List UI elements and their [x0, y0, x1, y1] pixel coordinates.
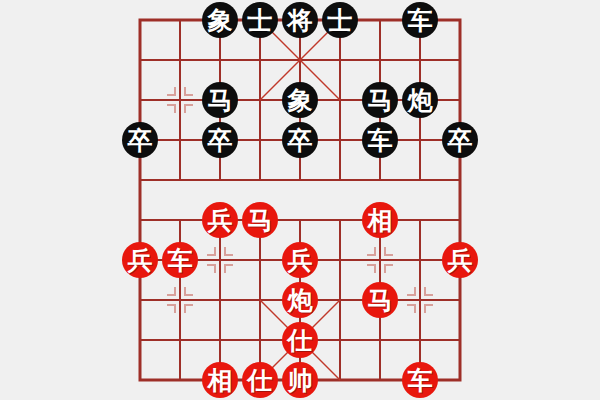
- board-point[interactable]: [240, 320, 280, 360]
- xiangqi-app: 象士将士车马象马炮卒卒卒车卒兵马相兵车兵兵炮马仕相仕帅车: [0, 0, 600, 400]
- point-marker-corner: [184, 104, 193, 113]
- board-point[interactable]: 帅: [280, 360, 320, 400]
- board-point[interactable]: [360, 320, 400, 360]
- board-point[interactable]: [440, 80, 480, 120]
- board-point[interactable]: [440, 0, 480, 40]
- piece-red-horse[interactable]: 马: [242, 202, 278, 238]
- board-point[interactable]: 兵: [200, 200, 240, 240]
- point-marker-corner: [184, 304, 193, 313]
- point-marker: [167, 287, 193, 313]
- piece-red-chariot[interactable]: 车: [162, 242, 198, 278]
- board-point[interactable]: [120, 80, 160, 120]
- board-point[interactable]: 马: [360, 280, 400, 320]
- piece-red-soldier[interactable]: 兵: [202, 202, 238, 238]
- board-point[interactable]: [120, 320, 160, 360]
- board-point[interactable]: 兵: [440, 240, 480, 280]
- board-point[interactable]: [360, 160, 400, 200]
- board-point[interactable]: 卒: [200, 120, 240, 160]
- board-point[interactable]: [320, 200, 360, 240]
- board-point[interactable]: [320, 40, 360, 80]
- board-point[interactable]: [400, 40, 440, 80]
- piece-red-general[interactable]: 帅: [282, 362, 318, 398]
- board-point[interactable]: [240, 160, 280, 200]
- board-point[interactable]: [320, 360, 360, 400]
- board-point[interactable]: 仕: [280, 320, 320, 360]
- point-marker-corner: [207, 247, 216, 256]
- board-point[interactable]: [400, 120, 440, 160]
- board-point[interactable]: [240, 80, 280, 120]
- board-point[interactable]: 象: [200, 0, 240, 40]
- board-point[interactable]: [160, 0, 200, 40]
- board-point[interactable]: 兵: [280, 240, 320, 280]
- board-point[interactable]: [200, 40, 240, 80]
- xiangqi-board: 象士将士车马象马炮卒卒卒车卒兵马相兵车兵兵炮马仕相仕帅车: [120, 0, 480, 400]
- point-marker-corner: [167, 304, 176, 313]
- board-point[interactable]: [440, 280, 480, 320]
- board-point[interactable]: [320, 120, 360, 160]
- piece-black-soldier[interactable]: 卒: [202, 122, 238, 158]
- board-point[interactable]: [200, 320, 240, 360]
- piece-black-horse[interactable]: 马: [202, 82, 238, 118]
- point-marker-corner: [384, 264, 393, 273]
- board-point[interactable]: 兵: [120, 240, 160, 280]
- board-point[interactable]: 炮: [400, 80, 440, 120]
- board-point[interactable]: [200, 160, 240, 200]
- piece-black-soldier[interactable]: 卒: [282, 122, 318, 158]
- piece-red-soldier[interactable]: 兵: [122, 242, 158, 278]
- board-point[interactable]: [240, 120, 280, 160]
- point-marker-corner: [424, 304, 433, 313]
- point-marker-corner: [224, 247, 233, 256]
- board-point[interactable]: 马: [200, 80, 240, 120]
- piece-red-soldier[interactable]: 兵: [282, 242, 318, 278]
- piece-red-chariot[interactable]: 车: [402, 362, 438, 398]
- board-point[interactable]: [400, 280, 440, 320]
- board-point[interactable]: 车: [400, 360, 440, 400]
- board-point[interactable]: [440, 160, 480, 200]
- point-marker-corner: [184, 87, 193, 96]
- piece-black-cannon[interactable]: 炮: [402, 82, 438, 118]
- piece-black-chariot[interactable]: 车: [362, 122, 398, 158]
- board-point[interactable]: [240, 280, 280, 320]
- board-point[interactable]: [440, 360, 480, 400]
- board-point[interactable]: [160, 40, 200, 80]
- point-marker-corner: [424, 287, 433, 296]
- board-point[interactable]: 卒: [120, 120, 160, 160]
- board-point[interactable]: [320, 80, 360, 120]
- board-point[interactable]: [320, 320, 360, 360]
- board-point[interactable]: 卒: [280, 120, 320, 160]
- board-point[interactable]: 车: [160, 240, 200, 280]
- board-point[interactable]: [200, 240, 240, 280]
- piece-red-elephant[interactable]: 相: [362, 202, 398, 238]
- board-point[interactable]: [280, 40, 320, 80]
- board-point[interactable]: [400, 160, 440, 200]
- board-point[interactable]: 车: [400, 0, 440, 40]
- board-point[interactable]: [400, 240, 440, 280]
- point-marker-corner: [207, 264, 216, 273]
- board-point[interactable]: [360, 0, 400, 40]
- board-point[interactable]: 马: [240, 200, 280, 240]
- board-point[interactable]: [360, 40, 400, 80]
- board-point[interactable]: [440, 320, 480, 360]
- board-point[interactable]: 车: [360, 120, 400, 160]
- piece-red-horse[interactable]: 马: [362, 282, 398, 318]
- board-point[interactable]: [120, 0, 160, 40]
- board-point[interactable]: [320, 160, 360, 200]
- board-point[interactable]: [160, 80, 200, 120]
- board-point[interactable]: [440, 200, 480, 240]
- board-point[interactable]: [320, 280, 360, 320]
- board-point[interactable]: [360, 360, 400, 400]
- board-point[interactable]: 炮: [280, 280, 320, 320]
- board-point[interactable]: [120, 280, 160, 320]
- point-marker: [167, 87, 193, 113]
- piece-black-advisor[interactable]: 士: [242, 2, 278, 38]
- board-point[interactable]: [120, 160, 160, 200]
- board-point[interactable]: 士: [240, 0, 280, 40]
- point-marker-corner: [167, 87, 176, 96]
- board-point[interactable]: [120, 40, 160, 80]
- piece-black-elephant[interactable]: 象: [202, 2, 238, 38]
- board-point[interactable]: [160, 160, 200, 200]
- board-point[interactable]: [400, 320, 440, 360]
- board-point[interactable]: [320, 240, 360, 280]
- board-point[interactable]: 士: [320, 0, 360, 40]
- board-point[interactable]: [400, 200, 440, 240]
- board-point[interactable]: 相: [360, 200, 400, 240]
- board-point[interactable]: [240, 240, 280, 280]
- board-point[interactable]: 象: [280, 80, 320, 120]
- board-point[interactable]: [280, 200, 320, 240]
- board-point[interactable]: [120, 360, 160, 400]
- point-marker-corner: [407, 304, 416, 313]
- piece-red-advisor[interactable]: 仕: [282, 322, 318, 358]
- piece-red-advisor[interactable]: 仕: [242, 362, 278, 398]
- board-point[interactable]: 将: [280, 0, 320, 40]
- point-marker-corner: [184, 287, 193, 296]
- piece-red-elephant[interactable]: 相: [202, 362, 238, 398]
- board-point[interactable]: [160, 280, 200, 320]
- board-point[interactable]: 马: [360, 80, 400, 120]
- board-point[interactable]: [280, 160, 320, 200]
- point-marker: [407, 287, 433, 313]
- piece-black-soldier[interactable]: 卒: [442, 122, 478, 158]
- point-marker-corner: [407, 287, 416, 296]
- board-point[interactable]: 仕: [240, 360, 280, 400]
- board-point[interactable]: [200, 280, 240, 320]
- piece-black-chariot[interactable]: 车: [402, 2, 438, 38]
- board-point[interactable]: 卒: [440, 120, 480, 160]
- piece-black-elephant[interactable]: 象: [282, 82, 318, 118]
- point-marker-corner: [367, 247, 376, 256]
- board-point[interactable]: [160, 120, 200, 160]
- piece-black-horse[interactable]: 马: [362, 82, 398, 118]
- piece-black-soldier[interactable]: 卒: [122, 122, 158, 158]
- point-marker-corner: [367, 264, 376, 273]
- piece-red-soldier[interactable]: 兵: [442, 242, 478, 278]
- board-point[interactable]: [160, 320, 200, 360]
- board-point[interactable]: [240, 40, 280, 80]
- board-point[interactable]: [120, 200, 160, 240]
- point-marker-corner: [384, 247, 393, 256]
- point-marker: [207, 247, 233, 273]
- board-point[interactable]: [160, 360, 200, 400]
- point-marker-corner: [167, 104, 176, 113]
- board-point[interactable]: [160, 200, 200, 240]
- point-marker-corner: [167, 287, 176, 296]
- board-point[interactable]: 相: [200, 360, 240, 400]
- piece-black-general[interactable]: 将: [282, 2, 318, 38]
- board-point[interactable]: [440, 40, 480, 80]
- point-marker-corner: [224, 264, 233, 273]
- point-marker: [367, 247, 393, 273]
- piece-red-cannon[interactable]: 炮: [282, 282, 318, 318]
- piece-black-advisor[interactable]: 士: [322, 2, 358, 38]
- board-point[interactable]: [360, 240, 400, 280]
